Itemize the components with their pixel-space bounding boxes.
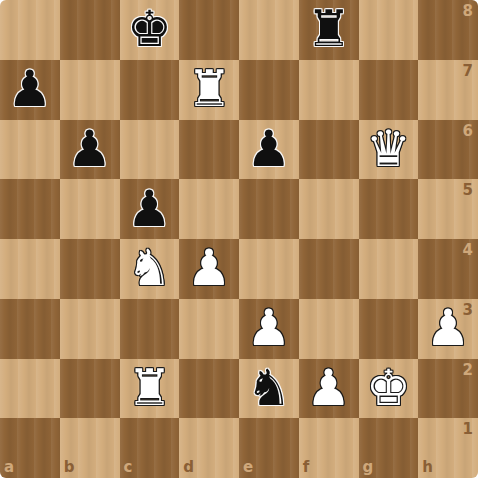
square-e6[interactable]: ♟ (239, 120, 299, 180)
white-pawn[interactable]: ♟ (187, 239, 232, 298)
square-a3[interactable] (0, 299, 60, 359)
black-pawn[interactable]: ♟ (67, 120, 112, 179)
white-queen[interactable]: ♛ (366, 120, 411, 179)
square-c1[interactable]: c (120, 418, 180, 478)
square-f2[interactable]: ♟ (299, 359, 359, 419)
black-pawn[interactable]: ♟ (127, 180, 172, 239)
black-king[interactable]: ♚ (127, 0, 172, 59)
square-a1[interactable]: a (0, 418, 60, 478)
square-g7[interactable] (359, 60, 419, 120)
square-b6[interactable]: ♟ (60, 120, 120, 180)
square-e1[interactable]: e (239, 418, 299, 478)
square-f5[interactable] (299, 179, 359, 239)
file-label-g: g (363, 460, 374, 475)
square-e2[interactable]: ♞ (239, 359, 299, 419)
square-b2[interactable] (60, 359, 120, 419)
square-c3[interactable] (120, 299, 180, 359)
square-b5[interactable] (60, 179, 120, 239)
square-d1[interactable]: d (179, 418, 239, 478)
file-label-h: h (422, 460, 433, 475)
square-f1[interactable]: f (299, 418, 359, 478)
chess-board: ♚♜8♟♜7♟♟♛6♟5♞♟4♟♟3♜♞♟♚2abcdefgh1 (0, 0, 478, 478)
square-a8[interactable] (0, 0, 60, 60)
square-g3[interactable] (359, 299, 419, 359)
white-pawn[interactable]: ♟ (246, 299, 291, 358)
square-d7[interactable]: ♜ (179, 60, 239, 120)
square-e5[interactable] (239, 179, 299, 239)
white-king[interactable]: ♚ (366, 359, 411, 418)
square-c7[interactable] (120, 60, 180, 120)
square-b8[interactable] (60, 0, 120, 60)
rank-label-6: 6 (463, 124, 473, 139)
white-knight[interactable]: ♞ (127, 239, 172, 298)
square-h3[interactable]: ♟3 (418, 299, 478, 359)
file-label-e: e (243, 460, 253, 475)
white-rook[interactable]: ♜ (127, 359, 172, 418)
white-rook[interactable]: ♜ (187, 60, 232, 119)
square-a5[interactable] (0, 179, 60, 239)
square-b1[interactable]: b (60, 418, 120, 478)
file-label-d: d (183, 460, 194, 475)
file-label-b: b (64, 460, 75, 475)
square-e4[interactable] (239, 239, 299, 299)
square-e7[interactable] (239, 60, 299, 120)
square-g1[interactable]: g (359, 418, 419, 478)
square-h2[interactable]: 2 (418, 359, 478, 419)
square-h4[interactable]: 4 (418, 239, 478, 299)
square-e8[interactable] (239, 0, 299, 60)
black-pawn[interactable]: ♟ (246, 120, 291, 179)
square-a4[interactable] (0, 239, 60, 299)
square-c4[interactable]: ♞ (120, 239, 180, 299)
rank-label-5: 5 (463, 183, 473, 198)
square-a7[interactable]: ♟ (0, 60, 60, 120)
square-d8[interactable] (179, 0, 239, 60)
black-rook[interactable]: ♜ (306, 0, 351, 59)
square-f7[interactable] (299, 60, 359, 120)
square-g8[interactable] (359, 0, 419, 60)
rank-label-7: 7 (463, 64, 473, 79)
square-f6[interactable] (299, 120, 359, 180)
square-b7[interactable] (60, 60, 120, 120)
file-label-f: f (303, 460, 310, 475)
square-c5[interactable]: ♟ (120, 179, 180, 239)
square-h1[interactable]: h1 (418, 418, 478, 478)
square-c8[interactable]: ♚ (120, 0, 180, 60)
white-pawn[interactable]: ♟ (306, 359, 351, 418)
square-d3[interactable] (179, 299, 239, 359)
black-knight[interactable]: ♞ (246, 359, 291, 418)
square-h5[interactable]: 5 (418, 179, 478, 239)
square-d4[interactable]: ♟ (179, 239, 239, 299)
square-h6[interactable]: 6 (418, 120, 478, 180)
square-h8[interactable]: 8 (418, 0, 478, 60)
square-e3[interactable]: ♟ (239, 299, 299, 359)
square-a2[interactable] (0, 359, 60, 419)
square-f3[interactable] (299, 299, 359, 359)
square-a6[interactable] (0, 120, 60, 180)
file-label-c: c (124, 460, 133, 475)
square-g6[interactable]: ♛ (359, 120, 419, 180)
rank-label-2: 2 (463, 363, 473, 378)
square-h7[interactable]: 7 (418, 60, 478, 120)
rank-label-8: 8 (463, 4, 473, 19)
square-g4[interactable] (359, 239, 419, 299)
square-d5[interactable] (179, 179, 239, 239)
square-c6[interactable] (120, 120, 180, 180)
square-f8[interactable]: ♜ (299, 0, 359, 60)
square-g2[interactable]: ♚ (359, 359, 419, 419)
rank-label-4: 4 (463, 243, 473, 258)
square-b4[interactable] (60, 239, 120, 299)
square-g5[interactable] (359, 179, 419, 239)
file-label-a: a (4, 460, 14, 475)
rank-label-1: 1 (463, 422, 473, 437)
square-d2[interactable] (179, 359, 239, 419)
square-f4[interactable] (299, 239, 359, 299)
square-c2[interactable]: ♜ (120, 359, 180, 419)
black-pawn[interactable]: ♟ (7, 60, 52, 119)
square-b3[interactable] (60, 299, 120, 359)
square-d6[interactable] (179, 120, 239, 180)
white-pawn[interactable]: ♟ (426, 299, 471, 358)
